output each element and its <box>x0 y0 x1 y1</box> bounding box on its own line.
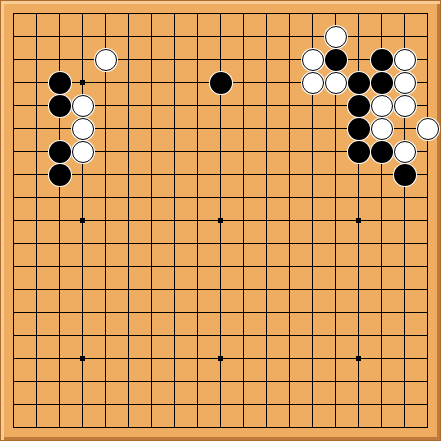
black-stone <box>371 49 393 71</box>
black-stone <box>348 141 370 163</box>
white-stone <box>325 26 347 48</box>
white-stone <box>394 95 416 117</box>
white-stone <box>95 49 117 71</box>
white-stone <box>394 49 416 71</box>
black-stone <box>348 72 370 94</box>
black-stone <box>371 72 393 94</box>
white-stone <box>394 141 416 163</box>
white-stone <box>72 141 94 163</box>
white-stone <box>371 118 393 140</box>
white-stone <box>302 72 324 94</box>
black-stone <box>348 95 370 117</box>
white-stone <box>72 118 94 140</box>
black-stone <box>49 141 71 163</box>
black-stone <box>210 72 232 94</box>
board-grid <box>13 13 428 428</box>
white-stone <box>371 95 393 117</box>
white-stone <box>325 72 347 94</box>
star-point <box>356 218 361 223</box>
go-board <box>0 0 441 441</box>
star-point <box>356 356 361 361</box>
star-point <box>80 356 85 361</box>
black-stone <box>49 72 71 94</box>
star-point <box>218 356 223 361</box>
black-stone <box>49 164 71 186</box>
star-point <box>80 218 85 223</box>
black-stone <box>325 49 347 71</box>
black-stone <box>49 95 71 117</box>
black-stone <box>371 141 393 163</box>
white-stone <box>417 118 439 140</box>
white-stone <box>72 95 94 117</box>
black-stone <box>348 118 370 140</box>
white-stone <box>394 72 416 94</box>
star-point <box>80 80 85 85</box>
star-point <box>218 218 223 223</box>
white-stone <box>302 49 324 71</box>
black-stone <box>394 164 416 186</box>
